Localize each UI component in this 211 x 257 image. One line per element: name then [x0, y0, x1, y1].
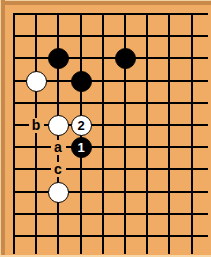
point-label-a: a [51, 140, 66, 155]
grid-line-horizontal [13, 235, 208, 237]
board-edge-frame-left [0, 0, 5, 257]
black-stone [115, 48, 136, 69]
board-edge-frame-top [0, 0, 211, 5]
black-stone-numbered: 1 [71, 137, 92, 158]
black-stone [48, 48, 69, 69]
go-diagram: 12bac [0, 0, 211, 257]
point-label-b: b [29, 118, 44, 133]
grid-line-horizontal [13, 168, 208, 170]
move-number: 1 [77, 140, 84, 155]
grid-line-horizontal [13, 213, 208, 215]
grid-line-vertical [146, 13, 148, 254]
white-stone [48, 115, 69, 136]
white-stone [26, 71, 47, 92]
white-stone-numbered: 2 [71, 115, 92, 136]
grid-line-horizontal [13, 35, 208, 37]
black-stone [71, 71, 92, 92]
grid-line-horizontal [13, 13, 208, 15]
grid-line-vertical [35, 13, 37, 254]
move-number: 2 [77, 118, 84, 133]
grid-line-horizontal [13, 57, 208, 59]
grid-line-vertical [102, 13, 104, 254]
point-label-c: c [51, 162, 66, 177]
grid-line-vertical [191, 13, 193, 254]
grid-line-horizontal [13, 191, 208, 193]
grid-line-horizontal [13, 102, 208, 104]
grid-line-vertical [13, 13, 15, 254]
grid-line-vertical [168, 13, 170, 254]
grid-line-horizontal [13, 146, 208, 148]
white-stone [48, 182, 69, 203]
